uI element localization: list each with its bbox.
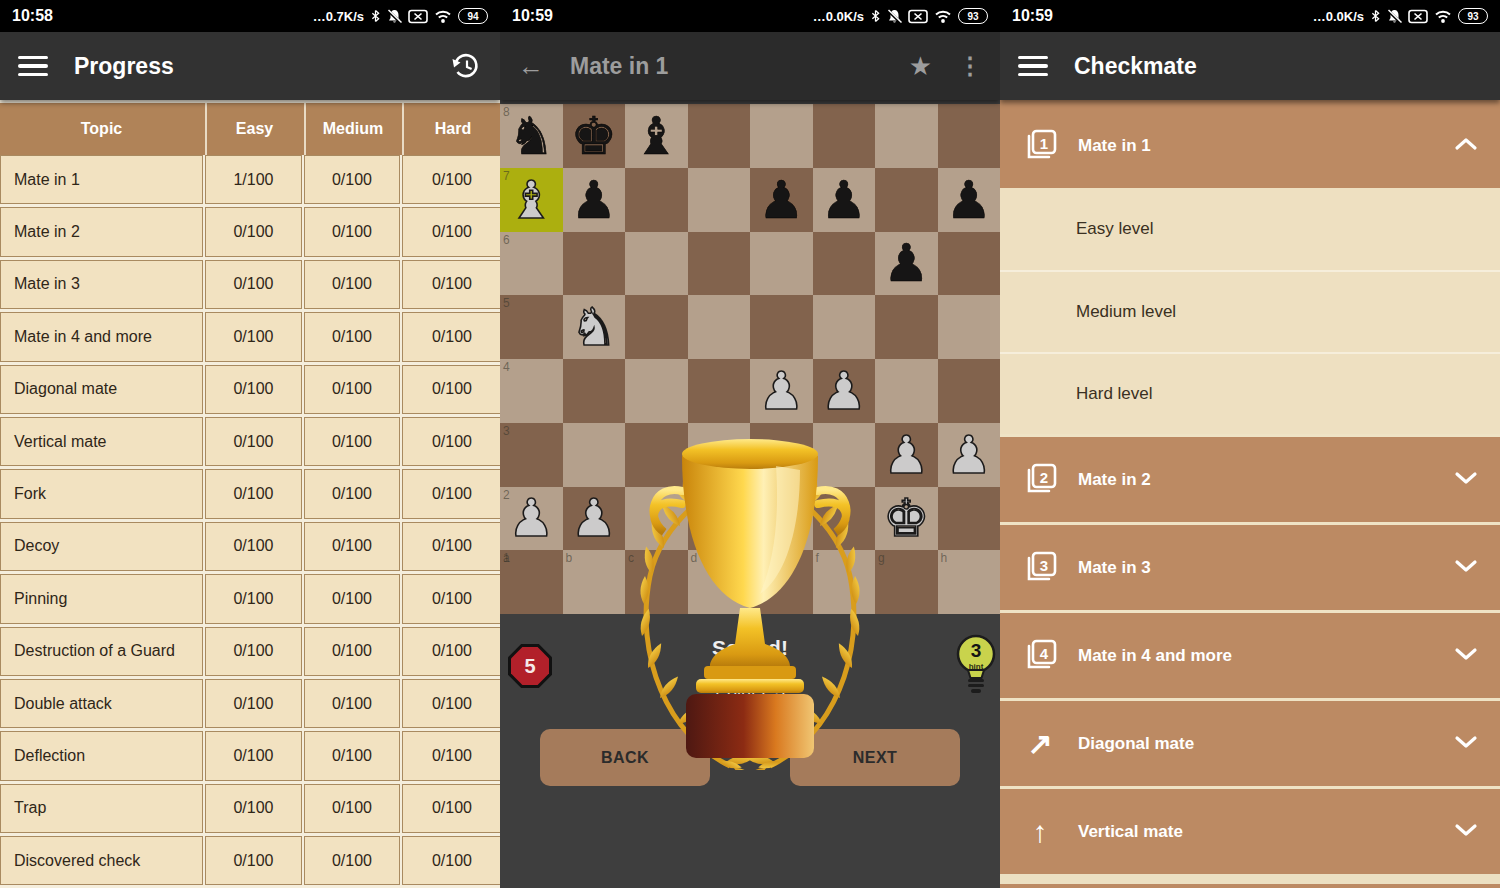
table-row[interactable]: Mate in 20/1000/1000/100 — [0, 207, 500, 256]
white-pawn[interactable]: ♟ — [820, 365, 867, 417]
black-king[interactable]: ♚ — [570, 110, 617, 162]
square-g8[interactable] — [875, 104, 938, 168]
next-row-edge — [1000, 874, 1500, 884]
square-c6[interactable] — [625, 232, 688, 296]
topic-label: Diagonal mate — [1078, 734, 1454, 754]
square-e7[interactable]: ♟ — [750, 168, 813, 232]
square-a8[interactable]: 8♞ — [500, 104, 563, 168]
topic-cell: Mate in 2 — [0, 207, 203, 256]
topic-label: Mate in 2 — [1078, 470, 1454, 490]
square-a6[interactable]: 6 — [500, 232, 563, 296]
square-c4[interactable] — [625, 359, 688, 423]
rank-label: 8 — [503, 105, 510, 119]
score-cell: 0/100 — [205, 574, 302, 623]
clock: 10:59 — [1012, 7, 1053, 25]
score-cell: 0/100 — [205, 365, 302, 414]
table-header-row: TopicEasyMediumHard — [0, 103, 500, 155]
app-bar: Checkmate — [1000, 32, 1500, 100]
bluetooth-icon — [1370, 8, 1381, 24]
score-cell: 0/100 — [402, 365, 500, 414]
level-item-hard-level[interactable]: Hard level — [1000, 352, 1500, 434]
score-cell: 0/100 — [402, 207, 500, 256]
level-item-medium-level[interactable]: Medium level — [1000, 270, 1500, 352]
wifi-icon — [434, 9, 452, 23]
square-b7[interactable]: ♟ — [563, 168, 626, 232]
square-d5[interactable] — [688, 295, 751, 359]
column-header: Hard — [402, 103, 500, 155]
square-d8[interactable] — [688, 104, 751, 168]
page-title: Checkmate — [1074, 53, 1482, 80]
topic-cell: Double attack — [0, 679, 203, 728]
square-g5[interactable] — [875, 295, 938, 359]
square-e8[interactable] — [750, 104, 813, 168]
score-cell: 0/100 — [304, 365, 400, 414]
square-f8[interactable] — [813, 104, 876, 168]
square-c5[interactable] — [625, 295, 688, 359]
table-row[interactable]: Pinning0/1000/1000/100 — [0, 574, 500, 623]
score-cell: 0/100 — [304, 679, 400, 728]
wifi-icon — [1434, 9, 1452, 23]
square-h3[interactable]: ♟ — [938, 423, 1001, 487]
square-d6[interactable] — [688, 232, 751, 296]
score-cell: 0/100 — [205, 836, 302, 885]
rank-label: 7 — [503, 169, 510, 183]
score-cell: 0/100 — [205, 627, 302, 676]
score-cell: 0/100 — [205, 469, 302, 518]
network-speed: …0.0K/s — [813, 9, 864, 24]
square-g7[interactable] — [875, 168, 938, 232]
white-pawn[interactable]: ♟ — [758, 365, 805, 417]
square-f5[interactable] — [813, 295, 876, 359]
progress-screen: 10:58 …0.7K/s 94 Progress TopicEasyMediu… — [0, 0, 500, 888]
screenshot-montage: 10:58 …0.7K/s 94 Progress TopicEasyMediu… — [0, 0, 1500, 888]
svg-text:hint: hint — [969, 662, 984, 671]
rank-label: 6 — [503, 233, 510, 247]
network-speed: …0.0K/s — [1313, 9, 1364, 24]
topic-item-vertical-mate[interactable]: ↑Vertical mate — [1000, 789, 1500, 874]
square-a1[interactable]: 1a — [500, 550, 563, 614]
score-cell: 0/100 — [205, 731, 302, 780]
table-row[interactable]: Diagonal mate0/1000/1000/100 — [0, 365, 500, 414]
topic-item-diagonal-mate[interactable]: ↗Diagonal mate — [1000, 701, 1500, 786]
up-arrow-icon: ↑ — [1022, 817, 1058, 847]
square-h1[interactable]: h — [938, 550, 1001, 614]
topic-cell: Trap — [0, 784, 203, 833]
square-f4[interactable]: ♟ — [813, 359, 876, 423]
table-row[interactable]: Mate in 11/1000/1000/100 — [0, 155, 500, 204]
score-cell: 0/100 — [304, 522, 400, 571]
score-cell: 0/100 — [304, 627, 400, 676]
score-cell: 0/100 — [402, 627, 500, 676]
svg-text:2: 2 — [1040, 469, 1048, 486]
score-cell: 0/100 — [304, 155, 400, 204]
rank-label: 5 — [503, 296, 510, 310]
score-cell: 0/100 — [205, 417, 302, 466]
score-cell: 0/100 — [402, 155, 500, 204]
square-g4[interactable] — [875, 359, 938, 423]
white-bishop[interactable]: ♝ — [508, 174, 555, 226]
square-h6[interactable] — [938, 232, 1001, 296]
score-cell: 0/100 — [402, 679, 500, 728]
clock: 10:59 — [512, 7, 553, 25]
menu-icon[interactable] — [1018, 56, 1048, 77]
topic-cell: Vertical mate — [0, 417, 203, 466]
score-cell: 0/100 — [402, 836, 500, 885]
app-bar: ← Mate in 1 ★ ⋮ — [500, 32, 1000, 100]
score-cell: 0/100 — [402, 522, 500, 571]
svg-text:1: 1 — [1040, 135, 1048, 152]
rank-label: 3 — [503, 424, 510, 438]
square-b8[interactable]: ♚ — [563, 104, 626, 168]
square-b4[interactable] — [563, 359, 626, 423]
black-pawn[interactable]: ♟ — [570, 174, 617, 226]
score-cell: 0/100 — [402, 260, 500, 309]
score-cell: 0/100 — [304, 731, 400, 780]
trophy-image — [598, 436, 902, 770]
battery-icon: 93 — [958, 8, 988, 24]
file-label: b — [566, 551, 573, 565]
puzzle-title: Mate in 1 — [570, 53, 883, 80]
app-bar: Progress — [0, 32, 500, 100]
square-h8[interactable] — [938, 104, 1001, 168]
rank-label: 4 — [503, 360, 510, 374]
square-h4[interactable] — [938, 359, 1001, 423]
chevron-down-icon — [1454, 735, 1478, 753]
square-h2[interactable] — [938, 487, 1001, 551]
square-g6[interactable]: ♟ — [875, 232, 938, 296]
topic-cell: Destruction of a Guard — [0, 627, 203, 676]
topic-cell: Deflection — [0, 731, 203, 780]
topic-item-mate-in-1[interactable]: 1Mate in 1 — [1000, 103, 1500, 188]
score-cell: 0/100 — [205, 522, 302, 571]
menu-icon[interactable] — [18, 56, 48, 77]
network-speed: …0.7K/s — [313, 9, 364, 24]
square-d4[interactable] — [688, 359, 751, 423]
level-item-easy-level[interactable]: Easy level — [1000, 188, 1500, 270]
score-cell: 0/100 — [205, 207, 302, 256]
status-bar: 10:59 …0.0K/s 93 — [500, 0, 1000, 32]
battery-icon: 93 — [1458, 8, 1488, 24]
bluetooth-icon — [870, 8, 881, 24]
diagonal-arrow-icon: ↗ — [1022, 729, 1058, 759]
white-pawn[interactable]: ♟ — [945, 429, 992, 481]
svg-text:3: 3 — [971, 640, 982, 661]
white-pawn[interactable]: ♟ — [508, 492, 555, 544]
square-f7[interactable]: ♟ — [813, 168, 876, 232]
score-cell: 0/100 — [304, 207, 400, 256]
black-pawn[interactable]: ♟ — [820, 174, 867, 226]
chevron-up-icon — [1454, 137, 1478, 155]
column-header: Topic — [0, 103, 203, 155]
file-label: h — [941, 551, 948, 565]
square-b6[interactable] — [563, 232, 626, 296]
back-arrow-icon[interactable]: ← — [518, 53, 544, 79]
hint-bulb-icon[interactable]: 3 hint — [955, 633, 997, 697]
table-row[interactable]: Destruction of a Guard0/1000/1000/100 — [0, 627, 500, 676]
chevron-down-icon — [1454, 559, 1478, 577]
table-row[interactable]: Fork0/1000/1000/100 — [0, 469, 500, 518]
table-row[interactable]: Mate in 30/1000/1000/100 — [0, 260, 500, 309]
score-cell: 0/100 — [304, 417, 400, 466]
score-cell: 0/100 — [402, 784, 500, 833]
page-title: Progress — [74, 53, 422, 80]
chevron-down-icon — [1454, 471, 1478, 489]
topic-cell: Mate in 1 — [0, 155, 203, 204]
score-cell: 1/100 — [205, 155, 302, 204]
score-cell: 0/100 — [402, 312, 500, 361]
black-pawn[interactable]: ♟ — [758, 174, 805, 226]
square-e4[interactable]: ♟ — [750, 359, 813, 423]
file-label: a — [503, 551, 510, 565]
score-cell: 0/100 — [304, 260, 400, 309]
table-row[interactable]: Mate in 4 and more0/1000/1000/100 — [0, 312, 500, 361]
clock: 10:58 — [12, 7, 53, 25]
score-cell: 0/100 — [304, 836, 400, 885]
topic-label: Mate in 1 — [1078, 136, 1454, 156]
black-pawn[interactable]: ♟ — [883, 237, 930, 289]
history-icon[interactable] — [448, 49, 482, 83]
square-f6[interactable] — [813, 232, 876, 296]
score-cell: 0/100 — [402, 469, 500, 518]
topics-screen: 10:59 …0.0K/s 93 Checkmate 1Mate in 1Eas… — [1000, 0, 1500, 888]
score-cell: 0/100 — [205, 784, 302, 833]
table-row[interactable]: Discovered check0/1000/1000/100 — [0, 836, 500, 885]
score-cell: 0/100 — [205, 312, 302, 361]
black-knight[interactable]: ♞ — [508, 110, 555, 162]
square-a2[interactable]: 2♟ — [500, 487, 563, 551]
topic-label: Vertical mate — [1078, 822, 1454, 842]
score-cell: 0/100 — [304, 784, 400, 833]
score-cell: 0/100 — [402, 574, 500, 623]
square-b5[interactable]: ♞ — [563, 295, 626, 359]
wifi-icon — [934, 9, 952, 23]
svg-text:4: 4 — [1040, 645, 1049, 662]
score-cell: 0/100 — [304, 312, 400, 361]
black-pawn[interactable]: ♟ — [945, 174, 992, 226]
sim-alert-icon — [408, 9, 428, 24]
bell-muted-icon — [387, 9, 402, 24]
chevron-down-icon — [1454, 647, 1478, 665]
square-e6[interactable] — [750, 232, 813, 296]
square-h7[interactable]: ♟ — [938, 168, 1001, 232]
bell-muted-icon — [1387, 9, 1402, 24]
puzzle-screen: 10:59 …0.0K/s 93 ← Mate in 1 ★ ⋮ 8♞♚♝7♝♟… — [500, 0, 1000, 888]
chevron-down-icon — [1454, 823, 1478, 841]
square-c8[interactable]: ♝ — [625, 104, 688, 168]
white-knight[interactable]: ♞ — [570, 301, 617, 353]
square-e5[interactable] — [750, 295, 813, 359]
topics-list: 1Mate in 1Easy levelMedium levelHard lev… — [1000, 103, 1500, 884]
square-a3[interactable]: 3 — [500, 423, 563, 487]
topic-label: Mate in 3 — [1078, 558, 1454, 578]
black-bishop[interactable]: ♝ — [633, 110, 680, 162]
table-row[interactable]: Vertical mate0/1000/1000/100 — [0, 417, 500, 466]
topic-cell: Diagonal mate — [0, 365, 203, 414]
score-cell: 0/100 — [304, 469, 400, 518]
score-cell: 0/100 — [205, 679, 302, 728]
score-cell: 0/100 — [304, 574, 400, 623]
topic-cell: Pinning — [0, 574, 203, 623]
topic-item-mate-in-3[interactable]: 3Mate in 3 — [1000, 525, 1500, 610]
topic-item-mate-in-4-and-more[interactable]: 4Mate in 4 and more — [1000, 613, 1500, 698]
topic-cell: Discovered check — [0, 836, 203, 885]
table-row[interactable]: Trap0/1000/1000/100 — [0, 784, 500, 833]
table-row[interactable]: Decoy0/1000/1000/100 — [0, 522, 500, 571]
rank-label: 2 — [503, 488, 510, 502]
square-c7[interactable] — [625, 168, 688, 232]
sim-alert-icon — [908, 9, 928, 24]
sim-alert-icon — [1408, 9, 1428, 24]
topic-cell: Mate in 3 — [0, 260, 203, 309]
overflow-menu-icon[interactable]: ⋮ — [958, 54, 982, 78]
status-bar: 10:59 …0.0K/s 93 — [1000, 0, 1500, 32]
column-header: Medium — [304, 103, 400, 155]
status-bar: 10:58 …0.7K/s 94 — [0, 0, 500, 32]
score-cell: 0/100 — [402, 417, 500, 466]
topic-cell: Fork — [0, 469, 203, 518]
square-a7[interactable]: 7♝ — [500, 168, 563, 232]
table-row[interactable]: Deflection0/1000/1000/100 — [0, 731, 500, 780]
topic-item-mate-in-2[interactable]: 2Mate in 2 — [1000, 437, 1500, 522]
topic-cell: Decoy — [0, 522, 203, 571]
topic-cell: Mate in 4 and more — [0, 312, 203, 361]
square-a4[interactable]: 4 — [500, 359, 563, 423]
square-a5[interactable]: 5 — [500, 295, 563, 359]
score-cell: 0/100 — [205, 260, 302, 309]
bluetooth-icon — [370, 8, 381, 24]
topic-label: Mate in 4 and more — [1078, 646, 1454, 666]
favorite-star-icon[interactable]: ★ — [909, 53, 932, 79]
battery-icon: 94 — [458, 8, 488, 24]
progress-table: TopicEasyMediumHard Mate in 11/1000/1000… — [0, 103, 500, 885]
bell-muted-icon — [887, 9, 902, 24]
svg-text:3: 3 — [1040, 557, 1048, 574]
square-d7[interactable] — [688, 168, 751, 232]
score-cell: 0/100 — [402, 731, 500, 780]
topic-sublevels: Easy levelMedium levelHard level — [1000, 188, 1500, 434]
table-row[interactable]: Double attack0/1000/1000/100 — [0, 679, 500, 728]
square-h5[interactable] — [938, 295, 1001, 359]
column-header: Easy — [205, 103, 302, 155]
